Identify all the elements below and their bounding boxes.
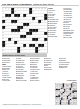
cell-number: 11 (38, 8, 39, 9)
byline-bar: MIXED SIGNALS | By Mike Shenk (2, 54, 47, 57)
clues-column-bottom-4: 53 Gym unit54 Sneaky one57 Fruit drink59… (44, 58, 55, 101)
cell-number: 52 (11, 38, 12, 39)
clues-column-bottom-5: 63 Corn unit65 Night flier66 Use a keybo… (59, 58, 79, 79)
cell-number: 44 (14, 32, 15, 33)
cell-number: 54 (23, 38, 24, 39)
cell-number: 37 (23, 26, 24, 27)
cell-number: 2 (5, 8, 6, 9)
clue-item: 68 Have a meal (63, 37, 78, 38)
clue-item: 36 Singer's asset (48, 36, 62, 37)
cell-number: 68 (38, 47, 39, 48)
cell-number: 71 (20, 50, 21, 51)
cell-number: 25 (35, 17, 36, 18)
cell-number: 24 (23, 17, 24, 18)
cell-number: 14 (2, 11, 3, 12)
cell-number: 23 (17, 17, 18, 18)
cell-number: 5 (17, 8, 18, 9)
cell-number: 64 (20, 47, 21, 48)
cell-number: 4 (14, 8, 15, 9)
clue-item: 62 Bright light (44, 69, 55, 70)
cell-number: 45 (17, 32, 18, 33)
cell-number: 9 (32, 8, 33, 9)
cell-number: 51 (2, 38, 3, 39)
clues-column-bottom-2: 10 Mimic11 Chess piece12 Quick look13 Ri… (16, 58, 29, 101)
cell-number: 7 (23, 8, 24, 9)
cell-number: 8 (26, 8, 27, 9)
cell-number: 57 (8, 41, 9, 42)
cell-number: 48 (2, 35, 3, 36)
copyright-footer: © 2025 Dow Jones & Company, Inc. All Rig… (2, 104, 77, 105)
cell-number: 20 (2, 17, 3, 18)
cell-number: 1 (2, 8, 3, 9)
cell-number: 13 (44, 8, 45, 9)
cell-number: 49 (26, 35, 27, 36)
cell-number: 58 (17, 41, 18, 42)
cell-number: 66 (29, 47, 30, 48)
cell-number: 47 (35, 32, 36, 33)
cell-number: 10 (35, 8, 36, 9)
cell-number: 55 (38, 38, 39, 39)
cell-number: 33 (14, 23, 15, 24)
cell-number: 50 (29, 35, 30, 36)
clues-column-right-1: Across1 Gala event4 Stir up9 Lofty abode… (48, 8, 62, 55)
cell-number: 46 (32, 32, 33, 33)
cell-number: 72 (38, 50, 39, 51)
cell-number: 32 (11, 23, 12, 24)
cell-number: 26 (5, 20, 6, 21)
cell-number: 62 (14, 44, 15, 45)
cell-number: 17 (11, 14, 12, 15)
cell-number: 16 (32, 11, 33, 12)
cell-number: 27 (17, 20, 18, 21)
cell-number: 65 (23, 47, 24, 48)
clue-item: 9 Gentle push (2, 80, 15, 81)
cell-number: 63 (2, 47, 3, 48)
crossword-page: The WSJ Daily CrosswordEdited by Mike Sh… (0, 0, 80, 109)
cell-number: 67 (32, 47, 33, 48)
previous-puzzle-solution-grid: ADAGESHRUBWASLOGINTEMPOONETRIESARENARNSO… (56, 83, 77, 104)
clue-item: 50 River blocker (30, 80, 43, 81)
cell-number: 39 (2, 29, 3, 30)
cell-number: 29 (41, 20, 42, 21)
cell-number: 34 (29, 23, 30, 24)
clue-item: 69 Bakery buy (59, 67, 79, 68)
cell-number: 3 (8, 8, 9, 9)
cell-number: 70 (2, 50, 3, 51)
cell-number: 36 (5, 26, 6, 27)
cell-number: 43 (11, 32, 12, 33)
cell-number: 41 (38, 29, 39, 30)
cell-number: 56 (5, 41, 6, 42)
cell-number: 59 (35, 41, 36, 42)
cell-number: 19 (29, 14, 30, 15)
crossword-grid: 1234567891011121314151617181920212223242… (2, 8, 48, 54)
clues-column-bottom-3: 33 Ocean motion35 Not at home37 Bakery b… (30, 58, 43, 101)
clues-column-bottom-1: 70 Scale note71 Map feature72 Tea variet… (2, 58, 15, 101)
cell-number: 6 (20, 8, 21, 9)
cell-number: 40 (20, 29, 21, 30)
cell-number: 31 (2, 23, 3, 24)
cell-number: 15 (14, 11, 15, 12)
clues-column-right-2: 37 Ski lift type39 Metal source40 Casual… (63, 8, 78, 55)
cell-number: 69 (41, 47, 42, 48)
cell-number: 60 (44, 41, 45, 42)
cell-number: 53 (20, 38, 21, 39)
cell-number: 12 (41, 8, 42, 9)
cell-number: 21 (5, 17, 6, 18)
cell-number: 28 (32, 20, 33, 21)
clue-item: 32 Use a keyboard (16, 80, 29, 81)
cell-number: 61 (5, 44, 6, 45)
cell-number: 42 (2, 32, 3, 33)
cell-number: 22 (8, 17, 9, 18)
cell-number: 18 (26, 14, 27, 15)
cell-number: 30 (44, 20, 45, 21)
cell-number: 35 (38, 23, 39, 24)
cell-number: 38 (26, 26, 27, 27)
